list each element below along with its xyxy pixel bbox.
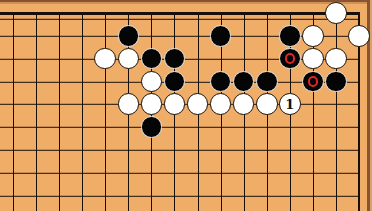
stone-white-R17 <box>302 48 324 70</box>
stone-white-Q15: 1 <box>279 93 301 115</box>
stone-white-S17 <box>325 48 347 70</box>
stone-black-Q17 <box>279 48 301 70</box>
stone-black-S16 <box>325 71 347 93</box>
stone-black-R16 <box>302 71 324 93</box>
stone-white-K15 <box>141 93 163 115</box>
stone-black-N18 <box>210 25 232 47</box>
stone-white-P15 <box>256 93 278 115</box>
stone-white-T18 <box>348 25 370 47</box>
stone-white-R18 <box>302 25 324 47</box>
red-circle-marker <box>308 76 319 87</box>
stone-black-P16 <box>256 71 278 93</box>
stone-white-S19 <box>325 2 347 24</box>
move-number-label: 1 <box>285 98 294 111</box>
red-circle-marker <box>285 53 296 64</box>
stone-black-J18 <box>118 25 140 47</box>
stone-black-K14 <box>141 116 163 138</box>
stone-black-Q18 <box>279 25 301 47</box>
stone-white-M15 <box>187 93 209 115</box>
go-board[interactable]: 1 <box>0 0 372 211</box>
stone-white-L15 <box>164 93 186 115</box>
stone-white-J15 <box>118 93 140 115</box>
board-edge-line-top <box>0 12 360 15</box>
board-top-border <box>0 2 372 4</box>
